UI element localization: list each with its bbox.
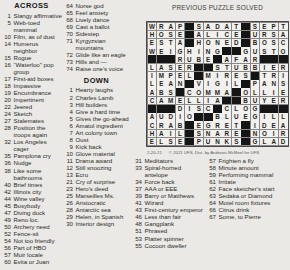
letter-cell: O	[157, 31, 166, 39]
clue-number: 58	[205, 164, 216, 171]
clue-number: 4	[63, 108, 73, 115]
clue: 53Platter spinner	[132, 235, 206, 242]
letter-cell: D	[279, 138, 288, 146]
clue: 28Position the troops again	[1, 124, 62, 138]
clue-text: Cocoon dweller	[145, 242, 207, 249]
clue-text: Minute amount	[219, 164, 290, 171]
clue: 33Spiral-horned antelope	[132, 164, 206, 178]
letter-cell: N	[251, 130, 260, 138]
letter-cell: E	[204, 55, 213, 63]
clue-number: 69	[63, 23, 73, 30]
letter-cell: U	[232, 113, 241, 121]
letter-cell: B	[251, 39, 260, 47]
clue: 59Performing mammal	[205, 171, 289, 178]
clue: 29Helen, in Spanish	[63, 213, 130, 220]
letter-cell: U	[232, 64, 241, 72]
letter-cell: L	[185, 97, 194, 105]
clue-text: Cry of surprise	[76, 178, 131, 185]
clue: 64Norse god	[63, 2, 130, 9]
clue: 48Gangplank	[132, 220, 206, 227]
black-cell	[232, 97, 241, 105]
black-cell	[260, 55, 269, 63]
letter-cell: A	[176, 39, 185, 47]
letter-cell: S	[166, 64, 175, 72]
letter-cell: B	[241, 97, 250, 105]
across-clue-list-1: 1Slangy affirmative5Web-toed mammal10Fil…	[1, 12, 62, 266]
clue-text: Rogue	[14, 54, 63, 61]
letter-cell: I	[176, 113, 185, 121]
clue-number: 22	[1, 103, 11, 110]
black-cell	[222, 97, 231, 105]
clue-text: Face sketcher's start	[219, 185, 290, 192]
black-cell	[166, 55, 175, 63]
down-clues-column-4: 57Frighten a fly58Minute amount59Perform…	[205, 157, 289, 220]
clue: 30Interior design	[63, 220, 130, 227]
clue-text: Cast a ballot	[76, 23, 131, 30]
clue-number: 27	[1, 117, 11, 124]
clue-text: AAA or EEE	[145, 185, 207, 192]
letter-cell: U	[204, 138, 213, 146]
clue: 55Cocoon dweller	[132, 242, 206, 249]
letter-cell: R	[269, 72, 278, 80]
clue-text: Reno loc.	[14, 216, 63, 223]
letter-cell: G	[213, 80, 222, 88]
clue: 14Humerus neighbor	[1, 40, 62, 54]
credit-line: 2-20-21 © 2021 UFS, Dist. by Andrews McM…	[147, 150, 289, 155]
letter-cell: I	[251, 121, 260, 129]
black-cell	[232, 47, 241, 55]
letter-cell: M	[213, 88, 222, 96]
clue-text: Drama award	[76, 157, 131, 164]
letter-cell: D	[166, 113, 175, 121]
letter-cell: G	[251, 138, 260, 146]
clue-number: 45	[1, 202, 11, 209]
black-cell	[241, 130, 250, 138]
clue: 50Archery need	[1, 223, 62, 230]
letter-cell: L	[222, 113, 231, 121]
letter-cell: L	[148, 64, 157, 72]
letter-cell: H	[194, 39, 203, 47]
clue: 47Diving duck	[1, 209, 62, 216]
letter-cell: I	[194, 47, 203, 55]
previous-puzzle-title: PREVIOUS PUZZLE SOLVED	[146, 4, 289, 11]
clue-text: First-century emperor	[145, 206, 207, 213]
clue: 54Not too friendly	[1, 237, 62, 244]
letter-cell: C	[204, 105, 213, 113]
letter-cell: E	[176, 97, 185, 105]
letter-cell: N	[213, 138, 222, 146]
clue-number: 23	[63, 185, 73, 192]
clue: 13Ecru	[63, 171, 130, 178]
letter-cell: A	[260, 80, 269, 88]
clue-text: Not too friendly	[14, 237, 63, 244]
letter-cell: O	[260, 39, 269, 47]
black-cell	[185, 80, 194, 88]
letter-cell: N	[269, 80, 278, 88]
clue-number: 24	[1, 110, 11, 117]
black-cell	[185, 130, 194, 138]
clue-number: 64	[205, 199, 216, 206]
clue-number: 29	[63, 213, 73, 220]
letter-cell: B	[194, 55, 203, 63]
clue: 68Lively dance	[63, 16, 130, 23]
clue: 19Encumbrance	[1, 89, 62, 96]
clue-number: 10	[63, 150, 73, 157]
letter-cell: S	[232, 138, 241, 146]
clue-number: 39	[132, 192, 142, 199]
black-cell	[279, 55, 288, 63]
letter-cell: L	[204, 31, 213, 39]
letter-cell: R	[157, 121, 166, 129]
clue: 35Pamplona cry	[1, 152, 62, 159]
clue-number: 17	[1, 75, 11, 82]
black-cell	[185, 31, 194, 39]
clue-text: Irritate	[219, 178, 290, 185]
letter-cell: M	[204, 72, 213, 80]
letter-cell: E	[269, 121, 278, 129]
clue-text: Encumbrance	[14, 89, 63, 96]
letter-cell: B	[213, 113, 222, 121]
letter-cell: A	[166, 80, 175, 88]
letter-cell: E	[269, 97, 278, 105]
letter-cell: D	[260, 121, 269, 129]
clue: 23Hero's deed	[63, 185, 130, 192]
letter-cell: E	[176, 138, 185, 146]
black-cell	[185, 23, 194, 31]
clue-text: Gangplank	[145, 220, 207, 227]
letter-cell: I	[260, 113, 269, 121]
clue-text: Pamplona cry	[14, 152, 63, 159]
letter-cell: L	[260, 88, 269, 96]
clue-text: Stalemates	[14, 117, 63, 124]
letter-cell: S	[241, 72, 250, 80]
clue: 11Drama award	[63, 157, 130, 164]
clue-number: 21	[63, 178, 73, 185]
letter-cell: S	[251, 23, 260, 31]
letter-cell: R	[222, 130, 231, 138]
letter-cell: I	[166, 130, 175, 138]
clue-number: 14	[1, 40, 11, 54]
clue-text: Busybody	[14, 202, 63, 209]
black-cell	[185, 138, 194, 146]
letter-cell: C	[279, 39, 288, 47]
black-cell	[269, 105, 278, 113]
letter-cell: S	[166, 88, 175, 96]
letter-cell: E	[222, 39, 231, 47]
letter-cell: E	[279, 88, 288, 96]
clue-number: 71	[63, 37, 73, 51]
letter-cell: C	[148, 97, 157, 105]
clue-number: 40	[1, 181, 11, 188]
letter-cell: D	[213, 23, 222, 31]
clue-number: 50	[1, 223, 11, 230]
clue-text: Sketch	[14, 110, 63, 117]
clue-number: 36	[1, 159, 11, 166]
clue-number: 60	[1, 258, 11, 265]
letter-cell: V	[194, 80, 203, 88]
clue: 70Sidestep	[63, 30, 130, 37]
letter-cell: M	[166, 97, 175, 105]
black-cell	[232, 88, 241, 96]
clue: 61Irritate	[205, 178, 289, 185]
clue-text: Force back	[145, 178, 207, 185]
letter-cell: E	[260, 23, 269, 31]
clue-number: 47	[1, 209, 11, 216]
clue-text: Nudge	[14, 159, 63, 166]
clue-number: 3	[63, 101, 73, 108]
letter-cell: T	[232, 23, 241, 31]
letter-cell: B	[157, 88, 166, 96]
clue: 46Less than fair	[132, 213, 206, 220]
clue: 2Charles Lamb	[63, 94, 130, 101]
clue-text: Performing mammal	[219, 171, 290, 178]
black-cell	[241, 39, 250, 47]
letter-cell: R	[279, 97, 288, 105]
letter-cell: L	[176, 130, 185, 138]
clue-text: Wine valley	[14, 195, 63, 202]
letter-cell: M	[157, 72, 166, 80]
letter-cell: A	[157, 130, 166, 138]
letter-cell: E	[176, 31, 185, 39]
clue-number: 52	[1, 230, 11, 237]
letter-cell: E	[232, 130, 241, 138]
clue: 4Give a hard time	[63, 108, 130, 115]
black-cell	[194, 113, 203, 121]
letter-cell: R	[185, 64, 194, 72]
clue-number: 65	[63, 9, 73, 16]
letter-cell: S	[279, 80, 288, 88]
letter-cell: I	[260, 64, 269, 72]
clue-text: Platter spinner	[145, 235, 207, 242]
letter-cell: A	[204, 23, 213, 31]
down-clue-list-2: 31Meditators33Spiral-horned antelope34Fo…	[132, 157, 206, 249]
clue: 16“Waterloo” pop group	[1, 61, 62, 75]
clue-number: 1	[63, 86, 73, 93]
letter-cell: E	[148, 138, 157, 146]
black-cell	[185, 121, 194, 129]
clue: 44Wine valley	[1, 195, 62, 202]
clue-number: 20	[1, 96, 11, 103]
clue-text: Diving duck	[14, 209, 63, 216]
clue: 7Art colony town	[63, 129, 130, 136]
letter-cell: E	[176, 72, 185, 80]
clue-number: 19	[1, 89, 11, 96]
letter-cell: O	[241, 88, 250, 96]
letter-cell: G	[251, 113, 260, 121]
clue: 17First-aid boxes	[1, 75, 62, 82]
letter-cell: B	[241, 64, 250, 72]
letter-cell: C	[148, 121, 157, 129]
clue: 24Sketch	[1, 110, 62, 117]
clue: 67Some, to Pierre	[205, 213, 289, 220]
letter-cell: H	[148, 31, 157, 39]
letter-cell: Y	[260, 97, 269, 105]
clue: 58Minute amount	[205, 164, 289, 171]
letter-cell: N	[213, 39, 222, 47]
letter-cell: R	[213, 121, 222, 129]
clue-number: 46	[132, 213, 142, 220]
clue: 64Motel room fixtures	[205, 199, 289, 206]
clue-number: 26	[63, 199, 73, 206]
clue: 27Stalemates	[1, 117, 62, 124]
clue: 32Los Angeles cager	[1, 138, 62, 152]
letter-cell: E	[194, 121, 203, 129]
letter-cell: E	[157, 80, 166, 88]
clue-text: Web-toed mammal	[14, 19, 63, 33]
clue: 56Part of HBO	[1, 244, 62, 251]
letter-cell: S	[269, 39, 278, 47]
clue: 69Cast a ballot	[63, 23, 130, 30]
letter-cell: G	[176, 47, 185, 55]
clue-text: Give a hard time	[76, 108, 131, 115]
letter-cell: R	[157, 23, 166, 31]
letter-cell: I	[148, 72, 157, 80]
letter-cell: S	[166, 31, 175, 39]
letter-cell: R	[251, 55, 260, 63]
letter-cell: L	[148, 80, 157, 88]
clue-text: Kyrgyzstan mountains	[76, 37, 131, 51]
letter-cell: T	[222, 64, 231, 72]
clue: 73Hills and —	[63, 58, 130, 65]
letter-cell: R	[260, 31, 269, 39]
clue: 12Still snoozing	[63, 164, 130, 171]
clue-number: 70	[63, 30, 73, 37]
clue: 41Wizard	[132, 199, 206, 206]
clue-text: Aristocratic	[76, 199, 131, 206]
clue-text: Citrus drink	[219, 206, 290, 213]
clue-text: Still snoozing	[76, 164, 131, 171]
letter-cell: G	[204, 121, 213, 129]
letter-cell: U	[251, 97, 260, 105]
clue-text: Jeered	[14, 103, 63, 110]
letter-cell: S	[260, 47, 269, 55]
down-clue-list-1: 1Hearty laughs2Charles Lamb3Hill builder…	[63, 86, 130, 227]
clue-number: 25	[63, 192, 73, 199]
clue: 28Antarctic sea	[63, 206, 130, 213]
letter-cell: L	[185, 72, 194, 80]
letter-cell: I	[213, 31, 222, 39]
clue: 10Glove material	[63, 150, 130, 157]
clue-text: Norse god	[76, 2, 131, 9]
clue-text: Ecru	[76, 171, 131, 178]
letter-cell: L	[232, 105, 241, 113]
clue-text: Hearty laughs	[76, 86, 131, 93]
letter-cell: O	[185, 113, 194, 121]
letter-cell: U	[251, 31, 260, 39]
clue: 5Web-toed mammal	[1, 19, 62, 33]
clue-number: 15	[1, 54, 11, 61]
clue: 6Amatol ingredient	[63, 122, 130, 129]
letter-cell: O	[204, 39, 213, 47]
letter-cell: R	[176, 55, 185, 63]
clue-number: 59	[205, 171, 216, 178]
clue: 34Force back	[132, 178, 206, 185]
letter-cell: E	[241, 113, 250, 121]
clue-text: Position the troops again	[14, 124, 63, 138]
black-cell	[260, 105, 269, 113]
clue-text: Slangy affirmative	[14, 12, 63, 19]
clue-number: 1	[1, 12, 11, 19]
clue: 43First-century emperor	[132, 206, 206, 213]
letter-cell: P	[166, 72, 175, 80]
letter-cell: L	[251, 88, 260, 96]
letter-cell: G	[213, 47, 222, 55]
clue-text: Fence-sit	[14, 230, 63, 237]
clue-text: Motel room fixtures	[219, 199, 290, 206]
clue-number: 34	[132, 178, 142, 185]
black-cell	[157, 105, 166, 113]
clue-text: Oust	[76, 136, 131, 143]
clue-number: 33	[132, 164, 142, 178]
puzzle-date: 2-20-21	[147, 150, 162, 155]
black-cell	[176, 88, 185, 96]
clue-number: 12	[63, 164, 73, 171]
clue-text: Gives the go-ahead	[76, 115, 131, 122]
letter-cell: A	[194, 31, 203, 39]
clue-text: Archery need	[14, 223, 63, 230]
clue-text: Antarctic sea	[76, 206, 131, 213]
letter-cell: A	[166, 121, 175, 129]
clue-text: Frighten a fly	[219, 157, 290, 164]
black-cell	[269, 55, 278, 63]
black-cell	[222, 47, 231, 55]
clue-text: Lively dance	[76, 16, 131, 23]
clue-number: 48	[132, 220, 142, 227]
clue: 72Glide like an eagle	[63, 51, 130, 58]
clue-number: 5	[1, 19, 11, 33]
clue-text: Humerus neighbor	[14, 40, 63, 54]
clue-number: 72	[63, 51, 73, 58]
clue: 45Busybody	[1, 202, 62, 209]
clues-column-2: 64Norse god65Feel anxiety68Lively dance6…	[63, 2, 130, 227]
letter-cell: S	[157, 39, 166, 47]
letter-cell: A	[213, 130, 222, 138]
letter-cell: U	[157, 113, 166, 121]
clue-text: Meditators	[145, 157, 207, 164]
clue: 42Illinois city	[1, 188, 62, 195]
clue-number: 7	[63, 129, 73, 136]
clue-text: Interior design	[76, 220, 131, 227]
letter-cell: W	[148, 23, 157, 31]
clue: 38Like some bathrooms	[1, 167, 62, 181]
clue: 37AAA or EEE	[132, 185, 206, 192]
clue-number: 67	[205, 213, 216, 220]
clue-number: 8	[63, 136, 73, 143]
letter-cell: C	[185, 88, 194, 96]
letter-cell: I	[269, 130, 278, 138]
clue-number: 16	[1, 61, 11, 75]
clue-text: Sedaka or Diamond	[219, 192, 290, 199]
clue-text: Kick back	[76, 143, 131, 150]
clue-number: 55	[132, 242, 142, 249]
clue-number: 10	[1, 33, 11, 40]
black-cell	[194, 64, 203, 72]
black-cell	[241, 31, 250, 39]
clue-number: 56	[1, 244, 11, 251]
clue-text: Like some bathrooms	[14, 167, 63, 181]
solution-grid: WRAPSADATSEPTHOSEALICEURSAESTAHONEDBOSCW…	[146, 21, 289, 147]
down-header: DOWN	[63, 77, 130, 85]
black-cell	[185, 39, 194, 47]
clue: 51Phrased	[132, 227, 206, 234]
clue: 20Impertinent	[1, 96, 62, 103]
clue: 22Jeered	[1, 103, 62, 110]
letter-cell: A	[157, 97, 166, 105]
clue: 21Cry of surprise	[63, 178, 130, 185]
letter-cell: S	[194, 23, 203, 31]
clue: 52Fence-sit	[1, 230, 62, 237]
letter-cell: A	[222, 55, 231, 63]
